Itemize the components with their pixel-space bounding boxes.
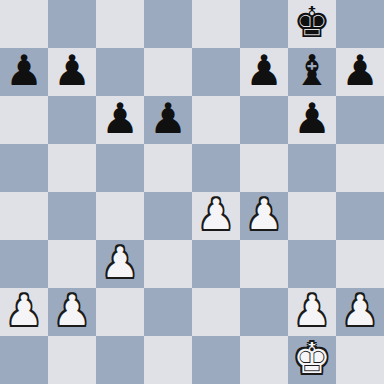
square-e2[interactable] — [192, 288, 240, 336]
black-pawn-b7[interactable]: ♟ — [53, 47, 91, 95]
square-e1[interactable] — [192, 336, 240, 384]
square-e4[interactable]: ♟ — [192, 192, 240, 240]
black-pawn-d6[interactable]: ♟ — [149, 95, 187, 143]
square-g2[interactable]: ♟ — [288, 288, 336, 336]
square-d8[interactable] — [144, 0, 192, 48]
square-f4[interactable]: ♟ — [240, 192, 288, 240]
square-d1[interactable] — [144, 336, 192, 384]
square-b2[interactable]: ♟ — [48, 288, 96, 336]
square-a8[interactable] — [0, 0, 48, 48]
square-d5[interactable] — [144, 144, 192, 192]
black-pawn-g6[interactable]: ♟ — [293, 95, 331, 143]
white-pawn-e4[interactable]: ♟ — [197, 191, 235, 239]
square-e3[interactable] — [192, 240, 240, 288]
square-b1[interactable] — [48, 336, 96, 384]
square-d4[interactable] — [144, 192, 192, 240]
black-pawn-h7[interactable]: ♟ — [341, 47, 379, 95]
square-f3[interactable] — [240, 240, 288, 288]
white-king-g1[interactable]: ♚ — [293, 335, 331, 383]
square-b7[interactable]: ♟ — [48, 48, 96, 96]
square-h7[interactable]: ♟ — [336, 48, 384, 96]
square-c7[interactable] — [96, 48, 144, 96]
square-h1[interactable] — [336, 336, 384, 384]
square-d6[interactable]: ♟ — [144, 96, 192, 144]
black-pawn-f7[interactable]: ♟ — [245, 47, 283, 95]
square-d3[interactable] — [144, 240, 192, 288]
square-c6[interactable]: ♟ — [96, 96, 144, 144]
chess-board: ♚♟♟♟♝♟♟♟♟♟♟♟♟♟♟♟♚ — [0, 0, 384, 384]
black-bishop-g7[interactable]: ♝ — [293, 47, 331, 95]
square-b8[interactable] — [48, 0, 96, 48]
square-f7[interactable]: ♟ — [240, 48, 288, 96]
square-g1[interactable]: ♚ — [288, 336, 336, 384]
black-king-g8[interactable]: ♚ — [293, 0, 331, 47]
square-g3[interactable] — [288, 240, 336, 288]
square-c2[interactable] — [96, 288, 144, 336]
square-b3[interactable] — [48, 240, 96, 288]
square-c5[interactable] — [96, 144, 144, 192]
square-a3[interactable] — [0, 240, 48, 288]
square-e6[interactable] — [192, 96, 240, 144]
white-pawn-b2[interactable]: ♟ — [53, 287, 91, 335]
square-a7[interactable]: ♟ — [0, 48, 48, 96]
square-b6[interactable] — [48, 96, 96, 144]
square-b4[interactable] — [48, 192, 96, 240]
square-c3[interactable]: ♟ — [96, 240, 144, 288]
white-pawn-f4[interactable]: ♟ — [245, 191, 283, 239]
square-e8[interactable] — [192, 0, 240, 48]
square-h3[interactable] — [336, 240, 384, 288]
square-a1[interactable] — [0, 336, 48, 384]
square-c1[interactable] — [96, 336, 144, 384]
square-g4[interactable] — [288, 192, 336, 240]
square-f2[interactable] — [240, 288, 288, 336]
square-h2[interactable]: ♟ — [336, 288, 384, 336]
square-g8[interactable]: ♚ — [288, 0, 336, 48]
square-a2[interactable]: ♟ — [0, 288, 48, 336]
square-g7[interactable]: ♝ — [288, 48, 336, 96]
black-pawn-a7[interactable]: ♟ — [5, 47, 43, 95]
square-h4[interactable] — [336, 192, 384, 240]
square-d2[interactable] — [144, 288, 192, 336]
square-f5[interactable] — [240, 144, 288, 192]
square-d7[interactable] — [144, 48, 192, 96]
square-h5[interactable] — [336, 144, 384, 192]
square-f8[interactable] — [240, 0, 288, 48]
square-f6[interactable] — [240, 96, 288, 144]
black-pawn-c6[interactable]: ♟ — [101, 95, 139, 143]
square-g6[interactable]: ♟ — [288, 96, 336, 144]
square-e7[interactable] — [192, 48, 240, 96]
square-h6[interactable] — [336, 96, 384, 144]
square-g5[interactable] — [288, 144, 336, 192]
square-c4[interactable] — [96, 192, 144, 240]
white-pawn-a2[interactable]: ♟ — [5, 287, 43, 335]
square-h8[interactable] — [336, 0, 384, 48]
square-e5[interactable] — [192, 144, 240, 192]
white-pawn-c3[interactable]: ♟ — [101, 239, 139, 287]
square-f1[interactable] — [240, 336, 288, 384]
square-a4[interactable] — [0, 192, 48, 240]
square-c8[interactable] — [96, 0, 144, 48]
square-b5[interactable] — [48, 144, 96, 192]
square-a5[interactable] — [0, 144, 48, 192]
square-a6[interactable] — [0, 96, 48, 144]
white-pawn-g2[interactable]: ♟ — [293, 287, 331, 335]
white-pawn-h2[interactable]: ♟ — [341, 287, 379, 335]
